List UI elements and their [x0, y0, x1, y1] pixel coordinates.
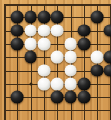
black-stone-col4-row2 [37, 11, 50, 24]
black-stone-col2-row4 [11, 37, 24, 50]
white-stone-col5-row3 [51, 24, 64, 37]
white-stone-col4-row3 [37, 24, 50, 37]
white-stone-col6-row4 [64, 37, 77, 50]
black-stone-col8-row6 [91, 64, 104, 77]
black-stone-col7-row8 [77, 91, 90, 104]
black-stone-col3-row2 [24, 11, 37, 24]
black-stone-col7-row4 [77, 37, 90, 50]
black-stone-col9-row3 [104, 24, 111, 37]
go-board[interactable] [0, 0, 111, 120]
white-stone-col4-row4 [37, 37, 50, 50]
white-stone-col5-row7 [51, 77, 64, 90]
black-stone-col6-row8 [64, 91, 77, 104]
black-stone-col9-row5 [104, 51, 111, 64]
black-stone-col3-row5 [24, 51, 37, 64]
white-stone-col3-row4 [24, 37, 37, 50]
white-stone-col4-row7 [37, 77, 50, 90]
black-stone-col2-row2 [11, 11, 24, 24]
grid-line-horizontal-9 [4, 110, 111, 111]
white-stone-col4-row6 [37, 64, 50, 77]
white-stone-col6-row7 [64, 77, 77, 90]
black-stone-col9-row6 [104, 64, 111, 77]
black-stone-col5-row8 [51, 91, 64, 104]
go-app-screenshot [0, 0, 111, 120]
hoshi-point-3-7 [29, 82, 32, 85]
black-stone-col2-row8 [11, 91, 24, 104]
black-stone-col7-row7 [77, 77, 90, 90]
white-stone-col6-row6 [64, 64, 77, 77]
white-stone-col6-row5 [64, 51, 77, 64]
grid-line-vertical-1 [4, 4, 6, 120]
white-stone-col5-row5 [51, 51, 64, 64]
black-stone-col5-row2 [51, 11, 64, 24]
white-stone-col8-row5 [91, 51, 104, 64]
white-stone-col3-row3 [24, 24, 37, 37]
black-stone-col7-row3 [77, 24, 90, 37]
black-stone-col2-row3 [11, 24, 24, 37]
black-stone-col8-row2 [91, 11, 104, 24]
